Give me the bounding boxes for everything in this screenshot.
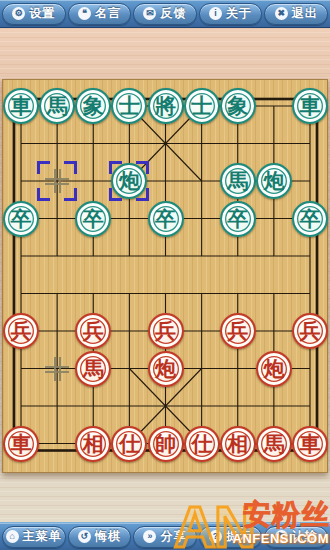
button-label: 主菜单	[23, 528, 62, 545]
black-cannon-piece[interactable]: 炮	[256, 163, 292, 199]
red-elephant-piece[interactable]: 相	[75, 426, 111, 462]
red-horse-piece[interactable]: 馬	[75, 351, 111, 387]
red-soldier-piece[interactable]: 兵	[148, 313, 184, 349]
button-label: 关于	[226, 5, 252, 22]
button-label: 悔棋	[95, 528, 121, 545]
about-button[interactable]: i关于	[199, 3, 263, 25]
red-cannon-piece[interactable]: 炮	[256, 351, 292, 387]
xiangqi-board[interactable]: 車馬象士將士象車炮馬炮卒卒卒卒卒兵兵兵兵兵馬炮炮車相仕帥仕相馬車	[2, 79, 328, 473]
red-elephant-piece[interactable]: 相	[220, 426, 256, 462]
resign-button[interactable]: ⚑认输	[264, 526, 328, 548]
toolbar-top: ⚙设置❝名言✉反馈i关于✖退出	[0, 0, 330, 28]
flag-icon: ⚑	[275, 530, 288, 543]
exit-button[interactable]: ✖退出	[264, 3, 328, 25]
black-soldier-piece[interactable]: 卒	[75, 201, 111, 237]
red-soldier-piece[interactable]: 兵	[75, 313, 111, 349]
red-general-piece[interactable]: 帥	[148, 426, 184, 462]
main-menu-button[interactable]: ⌂主菜单	[2, 526, 66, 548]
button-label: 认输	[292, 528, 318, 545]
button-label: 名言	[95, 5, 121, 22]
close-icon: ✖	[275, 7, 288, 20]
info-icon: i	[209, 7, 222, 20]
button-label: 退出	[292, 5, 318, 22]
black-soldier-piece[interactable]: 卒	[220, 201, 256, 237]
hint-button[interactable]: ?提示	[199, 526, 263, 548]
button-label: 分享	[160, 528, 186, 545]
button-label: 反馈	[160, 5, 186, 22]
red-advisor-piece[interactable]: 仕	[184, 426, 220, 462]
toolbar-bottom: ⌂主菜单↺悔棋»分享?提示⚑认输	[0, 522, 330, 550]
red-cannon-piece[interactable]: 炮	[148, 351, 184, 387]
button-label: 设置	[29, 5, 55, 22]
red-soldier-piece[interactable]: 兵	[3, 313, 39, 349]
undo-icon: ↺	[78, 530, 91, 543]
red-advisor-piece[interactable]: 仕	[111, 426, 147, 462]
share-icon: »	[143, 530, 156, 543]
quotes-button[interactable]: ❝名言	[68, 3, 132, 25]
black-soldier-piece[interactable]: 卒	[148, 201, 184, 237]
mail-icon: ✉	[143, 7, 156, 20]
gear-icon: ⚙	[12, 7, 25, 20]
settings-button[interactable]: ⚙设置	[2, 3, 66, 25]
home-icon: ⌂	[6, 530, 19, 543]
black-soldier-piece[interactable]: 卒	[3, 201, 39, 237]
black-horse-piece[interactable]: 馬	[39, 88, 75, 124]
speech-bubble-icon: ❝	[78, 7, 91, 20]
xiangqi-app: ⚙设置❝名言✉反馈i关于✖退出 車馬象士將士象車炮馬炮卒卒卒卒卒兵兵兵兵兵馬炮炮…	[0, 0, 330, 550]
black-advisor-piece[interactable]: 士	[184, 88, 220, 124]
red-horse-piece[interactable]: 馬	[256, 426, 292, 462]
red-soldier-piece[interactable]: 兵	[292, 313, 328, 349]
board-grid	[3, 80, 329, 474]
button-label: 提示	[226, 528, 252, 545]
share-button[interactable]: »分享	[133, 526, 197, 548]
hint-icon: ?	[209, 530, 222, 543]
red-chariot-piece[interactable]: 車	[3, 426, 39, 462]
red-chariot-piece[interactable]: 車	[292, 426, 328, 462]
black-elephant-piece[interactable]: 象	[220, 88, 256, 124]
black-soldier-piece[interactable]: 卒	[292, 201, 328, 237]
black-elephant-piece[interactable]: 象	[75, 88, 111, 124]
black-horse-piece[interactable]: 馬	[220, 163, 256, 199]
undo-move-button[interactable]: ↺悔棋	[68, 526, 132, 548]
black-chariot-piece[interactable]: 車	[292, 88, 328, 124]
red-soldier-piece[interactable]: 兵	[220, 313, 256, 349]
feedback-button[interactable]: ✉反馈	[133, 3, 197, 25]
black-chariot-piece[interactable]: 車	[3, 88, 39, 124]
black-general-piece[interactable]: 將	[148, 88, 184, 124]
